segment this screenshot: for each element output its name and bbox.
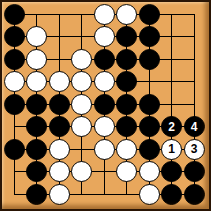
move-number-label: 1 — [168, 143, 175, 155]
stone-white[interactable] — [49, 139, 70, 160]
stone-white[interactable]: 3 — [184, 139, 205, 160]
stone-black[interactable] — [161, 184, 182, 205]
stone-black[interactable] — [139, 49, 160, 70]
move-number-label: 4 — [191, 121, 198, 133]
stone-white[interactable] — [116, 161, 137, 182]
stone-white[interactable] — [4, 71, 25, 92]
stone-black[interactable] — [139, 94, 160, 115]
stone-white[interactable] — [71, 161, 92, 182]
stone-white[interactable] — [116, 4, 137, 25]
stone-black[interactable] — [4, 49, 25, 70]
stone-white[interactable] — [71, 71, 92, 92]
stone-black[interactable] — [139, 26, 160, 47]
stone-white[interactable] — [26, 49, 47, 70]
stone-white[interactable] — [94, 4, 115, 25]
stone-white[interactable] — [71, 94, 92, 115]
stone-black[interactable] — [116, 94, 137, 115]
stone-black[interactable] — [116, 49, 137, 70]
stone-black[interactable] — [26, 161, 47, 182]
stone-white[interactable] — [26, 26, 47, 47]
stone-white[interactable] — [94, 26, 115, 47]
stone-black[interactable] — [139, 4, 160, 25]
stone-white[interactable] — [94, 71, 115, 92]
stone-black[interactable] — [26, 139, 47, 160]
stone-black[interactable] — [26, 184, 47, 205]
stone-black[interactable] — [26, 116, 47, 137]
go-diagram: 2413 — [0, 0, 211, 211]
stone-white[interactable] — [116, 139, 137, 160]
stone-black[interactable]: 2 — [161, 116, 182, 137]
stone-white[interactable] — [49, 184, 70, 205]
stone-black[interactable] — [116, 116, 137, 137]
stone-black[interactable] — [116, 71, 137, 92]
stone-white[interactable] — [71, 49, 92, 70]
stone-black[interactable] — [4, 26, 25, 47]
stone-black[interactable] — [4, 139, 25, 160]
stone-white[interactable] — [49, 71, 70, 92]
stone-black[interactable] — [184, 161, 205, 182]
stone-black[interactable] — [4, 94, 25, 115]
stone-white[interactable]: 1 — [161, 139, 182, 160]
stone-white[interactable] — [139, 184, 160, 205]
stone-black[interactable]: 4 — [184, 116, 205, 137]
stone-black[interactable] — [26, 94, 47, 115]
stone-white[interactable] — [94, 116, 115, 137]
move-number-label: 2 — [168, 121, 175, 133]
stone-black[interactable] — [49, 116, 70, 137]
stone-black[interactable] — [94, 94, 115, 115]
go-board[interactable]: 2413 — [0, 0, 211, 211]
stone-white[interactable] — [94, 139, 115, 160]
stone-black[interactable] — [94, 49, 115, 70]
move-number-label: 3 — [191, 143, 198, 155]
stone-black[interactable] — [139, 116, 160, 137]
stone-black[interactable] — [161, 161, 182, 182]
stone-black[interactable] — [49, 94, 70, 115]
stone-black[interactable] — [184, 184, 205, 205]
stone-black[interactable] — [139, 139, 160, 160]
stone-white[interactable] — [139, 161, 160, 182]
stone-white[interactable] — [26, 71, 47, 92]
stone-black[interactable] — [4, 4, 25, 25]
stone-white[interactable] — [71, 116, 92, 137]
stone-black[interactable] — [116, 26, 137, 47]
stone-white[interactable] — [49, 161, 70, 182]
